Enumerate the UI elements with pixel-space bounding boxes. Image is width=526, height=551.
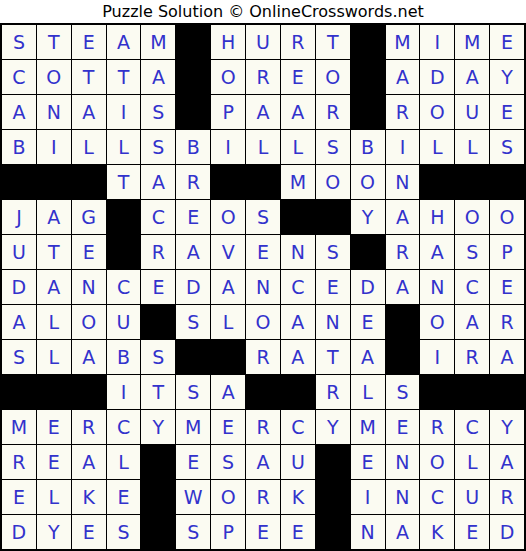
letter-cell-r2c7: O (211, 60, 245, 94)
letter-cell-r12c8: R (246, 410, 280, 444)
black-cell-r15c5 (141, 515, 175, 549)
letter-cell-r13c4: L (107, 445, 141, 479)
black-cell-r10c7 (211, 340, 245, 374)
letter-cell-r10c11: A (351, 340, 385, 374)
letter-cell-r13c3: A (72, 445, 106, 479)
letter-cell-r1c15: E (490, 25, 524, 59)
letter-cell-r7c1: U (2, 235, 36, 269)
letter-cell-r9c10: N (316, 305, 350, 339)
letter-cell-r6c1: J (2, 200, 36, 234)
letter-cell-r5c5: A (141, 165, 175, 199)
black-cell-r5c7 (211, 165, 245, 199)
letter-cell-r12c6: M (176, 410, 210, 444)
letter-cell-r7c15: P (490, 235, 524, 269)
letter-cell-r10c8: R (246, 340, 280, 374)
letter-cell-r6c7: O (211, 200, 245, 234)
letter-cell-r10c13: I (420, 340, 454, 374)
puzzle-solution-page: Puzzle Solution © OnlineCrosswords.net S… (0, 0, 526, 551)
black-cell-r3c6 (176, 95, 210, 129)
letter-cell-r7c13: A (420, 235, 454, 269)
letter-cell-r1c12: M (386, 25, 420, 59)
black-cell-r13c5 (141, 445, 175, 479)
letter-cell-r9c4: U (107, 305, 141, 339)
letter-cell-r6c14: O (455, 200, 489, 234)
letter-cell-r13c11: E (351, 445, 385, 479)
black-cell-r11c14 (455, 375, 489, 409)
black-cell-r2c11 (351, 60, 385, 94)
letter-cell-r6c5: C (141, 200, 175, 234)
letter-cell-r9c14: A (455, 305, 489, 339)
letter-cell-r1c1: S (2, 25, 36, 59)
letter-cell-r1c7: H (211, 25, 245, 59)
letter-cell-r14c15: R (490, 480, 524, 514)
black-cell-r7c11 (351, 235, 385, 269)
black-cell-r14c10 (316, 480, 350, 514)
black-cell-r6c9 (281, 200, 315, 234)
letter-cell-r12c9: C (281, 410, 315, 444)
black-cell-r5c14 (455, 165, 489, 199)
letter-cell-r8c8: N (246, 270, 280, 304)
letter-cell-r4c1: B (2, 130, 36, 164)
black-cell-r9c12 (386, 305, 420, 339)
letter-cell-r5c11: O (351, 165, 385, 199)
letter-cell-r8c2: A (37, 270, 71, 304)
letter-cell-r5c9: M (281, 165, 315, 199)
black-cell-r5c15 (490, 165, 524, 199)
letter-cell-r12c14: C (455, 410, 489, 444)
letter-cell-r8c6: D (176, 270, 210, 304)
letter-cell-r1c2: T (37, 25, 71, 59)
letter-cell-r2c1: C (2, 60, 36, 94)
letter-cell-r2c9: E (281, 60, 315, 94)
black-cell-r10c6 (176, 340, 210, 374)
letter-cell-r9c13: O (420, 305, 454, 339)
black-cell-r5c13 (420, 165, 454, 199)
letter-cell-r3c9: A (281, 95, 315, 129)
letter-cell-r12c15: Y (490, 410, 524, 444)
letter-cell-r3c12: R (386, 95, 420, 129)
black-cell-r2c6 (176, 60, 210, 94)
letter-cell-r15c12: A (386, 515, 420, 549)
letter-cell-r14c4: E (107, 480, 141, 514)
letter-cell-r6c8: S (246, 200, 280, 234)
letter-cell-r12c4: C (107, 410, 141, 444)
letter-cell-r4c15: S (490, 130, 524, 164)
letter-cell-r10c15: A (490, 340, 524, 374)
letter-cell-r15c9: E (281, 515, 315, 549)
letter-cell-r12c13: R (420, 410, 454, 444)
letter-cell-r9c1: A (2, 305, 36, 339)
black-cell-r11c2 (37, 375, 71, 409)
letter-cell-r15c7: P (211, 515, 245, 549)
letter-cell-r12c2: E (37, 410, 71, 444)
letter-cell-r7c6: A (176, 235, 210, 269)
letter-cell-r7c12: R (386, 235, 420, 269)
letter-cell-r8c7: A (211, 270, 245, 304)
letter-cell-r1c9: R (281, 25, 315, 59)
letter-cell-r6c3: G (72, 200, 106, 234)
letter-cell-r4c8: L (246, 130, 280, 164)
letter-cell-r3c2: N (37, 95, 71, 129)
letter-cell-r1c13: I (420, 25, 454, 59)
letter-cell-r9c7: L (211, 305, 245, 339)
letter-cell-r11c5: T (141, 375, 175, 409)
letter-cell-r4c4: L (107, 130, 141, 164)
letter-cell-r1c5: M (141, 25, 175, 59)
letter-cell-r7c5: R (141, 235, 175, 269)
letter-cell-r12c10: Y (316, 410, 350, 444)
black-cell-r11c9 (281, 375, 315, 409)
letter-cell-r13c8: A (246, 445, 280, 479)
letter-cell-r7c7: V (211, 235, 245, 269)
letter-cell-r2c13: D (420, 60, 454, 94)
black-cell-r1c11 (351, 25, 385, 59)
letter-cell-r8c13: N (420, 270, 454, 304)
letter-cell-r3c7: P (211, 95, 245, 129)
letter-cell-r9c11: E (351, 305, 385, 339)
letter-cell-r3c14: U (455, 95, 489, 129)
letter-cell-r9c2: L (37, 305, 71, 339)
letter-cell-r4c10: S (316, 130, 350, 164)
letter-cell-r15c6: S (176, 515, 210, 549)
letter-cell-r1c10: T (316, 25, 350, 59)
letter-cell-r9c8: O (246, 305, 280, 339)
letter-cell-r8c15: E (490, 270, 524, 304)
letter-cell-r15c14: E (455, 515, 489, 549)
letter-cell-r1c14: M (455, 25, 489, 59)
letter-cell-r10c4: B (107, 340, 141, 374)
letter-cell-r14c9: K (281, 480, 315, 514)
letter-cell-r13c1: R (2, 445, 36, 479)
black-cell-r11c3 (72, 375, 106, 409)
letter-cell-r14c3: K (72, 480, 106, 514)
letter-cell-r2c14: A (455, 60, 489, 94)
letter-cell-r4c11: B (351, 130, 385, 164)
letter-cell-r7c14: S (455, 235, 489, 269)
letter-cell-r5c4: T (107, 165, 141, 199)
letter-cell-r8c3: N (72, 270, 106, 304)
letter-cell-r2c8: R (246, 60, 280, 94)
black-cell-r5c3 (72, 165, 106, 199)
letter-cell-r1c3: E (72, 25, 106, 59)
black-cell-r3c11 (351, 95, 385, 129)
letter-cell-r3c15: E (490, 95, 524, 129)
letter-cell-r7c9: N (281, 235, 315, 269)
letter-cell-r11c4: I (107, 375, 141, 409)
letter-cell-r10c5: S (141, 340, 175, 374)
letter-cell-r11c11: L (351, 375, 385, 409)
letter-cell-r3c3: A (72, 95, 106, 129)
letter-cell-r15c2: Y (37, 515, 71, 549)
letter-cell-r14c1: E (2, 480, 36, 514)
letter-cell-r3c13: O (420, 95, 454, 129)
letter-cell-r8c12: A (386, 270, 420, 304)
black-cell-r6c4 (107, 200, 141, 234)
letter-cell-r15c1: D (2, 515, 36, 549)
letter-cell-r14c14: U (455, 480, 489, 514)
letter-cell-r10c1: S (2, 340, 36, 374)
letter-cell-r8c10: E (316, 270, 350, 304)
letter-cell-r14c2: L (37, 480, 71, 514)
letter-cell-r15c3: E (72, 515, 106, 549)
letter-cell-r10c3: A (72, 340, 106, 374)
letter-cell-r8c11: D (351, 270, 385, 304)
letter-cell-r13c13: O (420, 445, 454, 479)
letter-cell-r7c10: S (316, 235, 350, 269)
black-cell-r11c15 (490, 375, 524, 409)
letter-cell-r15c15: D (490, 515, 524, 549)
letter-cell-r12c1: M (2, 410, 36, 444)
letter-cell-r12c7: E (211, 410, 245, 444)
letter-cell-r7c2: T (37, 235, 71, 269)
black-cell-r11c8 (246, 375, 280, 409)
letter-cell-r9c9: A (281, 305, 315, 339)
page-title: Puzzle Solution © OnlineCrosswords.net (0, 0, 526, 23)
black-cell-r15c10 (316, 515, 350, 549)
letter-cell-r3c8: A (246, 95, 280, 129)
letter-cell-r12c5: Y (141, 410, 175, 444)
letter-cell-r7c3: E (72, 235, 106, 269)
letter-cell-r8c5: E (141, 270, 175, 304)
letter-cell-r4c13: L (420, 130, 454, 164)
letter-cell-r4c14: L (455, 130, 489, 164)
black-cell-r9c5 (141, 305, 175, 339)
letter-cell-r15c11: N (351, 515, 385, 549)
letter-cell-r13c15: A (490, 445, 524, 479)
letter-cell-r2c10: O (316, 60, 350, 94)
letter-cell-r13c7: S (211, 445, 245, 479)
letter-cell-r4c9: L (281, 130, 315, 164)
letter-cell-r13c2: E (37, 445, 71, 479)
letter-cell-r3c1: A (2, 95, 36, 129)
letter-cell-r8c14: C (455, 270, 489, 304)
black-cell-r11c1 (2, 375, 36, 409)
black-cell-r14c5 (141, 480, 175, 514)
letter-cell-r8c9: C (281, 270, 315, 304)
letter-cell-r13c12: N (386, 445, 420, 479)
letter-cell-r10c9: A (281, 340, 315, 374)
letter-cell-r1c8: U (246, 25, 280, 59)
letter-cell-r6c2: A (37, 200, 71, 234)
letter-cell-r13c14: L (455, 445, 489, 479)
black-cell-r5c8 (246, 165, 280, 199)
letter-cell-r2c12: A (386, 60, 420, 94)
letter-cell-r14c8: R (246, 480, 280, 514)
black-cell-r5c1 (2, 165, 36, 199)
letter-cell-r14c11: I (351, 480, 385, 514)
letter-cell-r10c2: L (37, 340, 71, 374)
letter-cell-r6c6: E (176, 200, 210, 234)
letter-cell-r15c13: K (420, 515, 454, 549)
letter-cell-r14c6: W (176, 480, 210, 514)
black-cell-r10c12 (386, 340, 420, 374)
letter-cell-r10c10: T (316, 340, 350, 374)
letter-cell-r13c9: U (281, 445, 315, 479)
letter-cell-r4c7: I (211, 130, 245, 164)
letter-cell-r5c6: R (176, 165, 210, 199)
letter-cell-r7c8: E (246, 235, 280, 269)
letter-cell-r4c2: I (37, 130, 71, 164)
letter-cell-r4c6: B (176, 130, 210, 164)
black-cell-r7c4 (107, 235, 141, 269)
letter-cell-r12c3: R (72, 410, 106, 444)
letter-cell-r11c7: A (211, 375, 245, 409)
letter-cell-r6c12: A (386, 200, 420, 234)
letter-cell-r14c12: N (386, 480, 420, 514)
letter-cell-r8c1: D (2, 270, 36, 304)
letter-cell-r3c4: I (107, 95, 141, 129)
letter-cell-r9c6: S (176, 305, 210, 339)
letter-cell-r12c11: M (351, 410, 385, 444)
letter-cell-r15c4: S (107, 515, 141, 549)
letter-cell-r3c5: S (141, 95, 175, 129)
letter-cell-r2c5: A (141, 60, 175, 94)
crossword-grid: STEAMHURTMIMECOTTAOREOADAYANAISPAARROUEB… (0, 23, 526, 551)
letter-cell-r3c10: R (316, 95, 350, 129)
letter-cell-r10c14: R (455, 340, 489, 374)
letter-cell-r14c7: O (211, 480, 245, 514)
letter-cell-r5c12: N (386, 165, 420, 199)
letter-cell-r14c13: C (420, 480, 454, 514)
letter-cell-r2c15: Y (490, 60, 524, 94)
letter-cell-r13c6: E (176, 445, 210, 479)
letter-cell-r6c15: O (490, 200, 524, 234)
letter-cell-r5c10: O (316, 165, 350, 199)
letter-cell-r4c12: I (386, 130, 420, 164)
letter-cell-r15c8: E (246, 515, 280, 549)
black-cell-r11c13 (420, 375, 454, 409)
letter-cell-r1c4: A (107, 25, 141, 59)
black-cell-r13c10 (316, 445, 350, 479)
letter-cell-r2c4: T (107, 60, 141, 94)
black-cell-r6c10 (316, 200, 350, 234)
letter-cell-r6c11: Y (351, 200, 385, 234)
black-cell-r5c2 (37, 165, 71, 199)
letter-cell-r2c2: O (37, 60, 71, 94)
letter-cell-r4c5: S (141, 130, 175, 164)
letter-cell-r12c12: E (386, 410, 420, 444)
letter-cell-r4c3: L (72, 130, 106, 164)
letter-cell-r9c3: O (72, 305, 106, 339)
letter-cell-r2c3: T (72, 60, 106, 94)
black-cell-r1c6 (176, 25, 210, 59)
letter-cell-r11c6: S (176, 375, 210, 409)
letter-cell-r6c13: H (420, 200, 454, 234)
letter-cell-r9c15: R (490, 305, 524, 339)
letter-cell-r8c4: C (107, 270, 141, 304)
letter-cell-r11c12: S (386, 375, 420, 409)
letter-cell-r11c10: R (316, 375, 350, 409)
